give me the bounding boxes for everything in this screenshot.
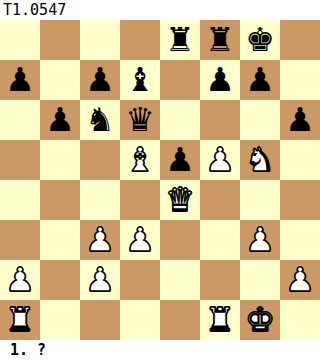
square-a7[interactable]: ♟: [0, 60, 40, 100]
square-f8[interactable]: ♜: [200, 20, 240, 60]
square-g8[interactable]: ♚: [240, 20, 280, 60]
square-h6[interactable]: ♟: [280, 100, 320, 140]
square-d8[interactable]: [120, 20, 160, 60]
square-f6[interactable]: [200, 100, 240, 140]
square-d5[interactable]: ♝: [120, 140, 160, 180]
piece-black-pawn: ♟: [240, 60, 280, 100]
square-h2[interactable]: ♟: [280, 260, 320, 300]
square-b5[interactable]: [40, 140, 80, 180]
move-prompt: 1. ?: [0, 341, 46, 359]
piece-black-pawn: ♟: [40, 100, 80, 140]
square-e8[interactable]: ♜: [160, 20, 200, 60]
square-e4[interactable]: ♛: [160, 180, 200, 220]
square-b1[interactable]: [40, 300, 80, 340]
square-c8[interactable]: [80, 20, 120, 60]
square-b2[interactable]: [40, 260, 80, 300]
square-c4[interactable]: [80, 180, 120, 220]
square-f5[interactable]: ♟: [200, 140, 240, 180]
piece-white-rook: ♜: [0, 300, 40, 340]
square-h5[interactable]: [280, 140, 320, 180]
piece-white-king: ♚: [240, 300, 280, 340]
square-h8[interactable]: [280, 20, 320, 60]
square-c7[interactable]: ♟: [80, 60, 120, 100]
square-c2[interactable]: ♟: [80, 260, 120, 300]
square-h1[interactable]: [280, 300, 320, 340]
square-h7[interactable]: [280, 60, 320, 100]
square-d6[interactable]: ♛: [120, 100, 160, 140]
square-d2[interactable]: [120, 260, 160, 300]
piece-black-rook: ♜: [160, 20, 200, 60]
piece-black-pawn: ♟: [200, 60, 240, 100]
square-c6[interactable]: ♞: [80, 100, 120, 140]
square-a5[interactable]: [0, 140, 40, 180]
square-g6[interactable]: [240, 100, 280, 140]
square-g7[interactable]: ♟: [240, 60, 280, 100]
piece-black-pawn: ♟: [80, 60, 120, 100]
piece-white-pawn: ♟: [0, 260, 40, 300]
square-a8[interactable]: [0, 20, 40, 60]
square-a4[interactable]: [0, 180, 40, 220]
title-bar: T1.0547: [0, 0, 320, 20]
square-a6[interactable]: [0, 100, 40, 140]
piece-white-pawn: ♟: [280, 260, 320, 300]
square-b4[interactable]: [40, 180, 80, 220]
square-h4[interactable]: [280, 180, 320, 220]
piece-black-bishop: ♝: [120, 60, 160, 100]
piece-white-pawn: ♟: [200, 140, 240, 180]
square-c1[interactable]: [80, 300, 120, 340]
square-f3[interactable]: [200, 220, 240, 260]
piece-black-rook: ♜: [200, 20, 240, 60]
square-d4[interactable]: [120, 180, 160, 220]
piece-white-bishop: ♝: [120, 140, 160, 180]
square-g3[interactable]: ♟: [240, 220, 280, 260]
piece-white-knight: ♞: [240, 140, 280, 180]
piece-black-pawn: ♟: [0, 60, 40, 100]
square-b3[interactable]: [40, 220, 80, 260]
square-e7[interactable]: [160, 60, 200, 100]
square-c3[interactable]: ♟: [80, 220, 120, 260]
square-c5[interactable]: [80, 140, 120, 180]
square-a3[interactable]: [0, 220, 40, 260]
square-d3[interactable]: ♟: [120, 220, 160, 260]
square-g2[interactable]: [240, 260, 280, 300]
chess-board: ♜♜♚♟♟♝♟♟♟♞♛♟♝♟♟♞♛♟♟♟♟♟♟♜♜♚: [0, 20, 320, 340]
square-f7[interactable]: ♟: [200, 60, 240, 100]
piece-white-queen: ♛: [160, 180, 200, 220]
piece-white-pawn: ♟: [80, 220, 120, 260]
square-f1[interactable]: ♜: [200, 300, 240, 340]
puzzle-title: T1.0547: [0, 1, 66, 19]
square-e2[interactable]: [160, 260, 200, 300]
piece-black-queen: ♛: [120, 100, 160, 140]
piece-black-pawn: ♟: [160, 140, 200, 180]
square-b8[interactable]: [40, 20, 80, 60]
square-b6[interactable]: ♟: [40, 100, 80, 140]
square-e1[interactable]: [160, 300, 200, 340]
square-d7[interactable]: ♝: [120, 60, 160, 100]
square-f2[interactable]: [200, 260, 240, 300]
piece-white-pawn: ♟: [120, 220, 160, 260]
square-g1[interactable]: ♚: [240, 300, 280, 340]
square-h3[interactable]: [280, 220, 320, 260]
piece-white-pawn: ♟: [80, 260, 120, 300]
square-e5[interactable]: ♟: [160, 140, 200, 180]
piece-white-rook: ♜: [200, 300, 240, 340]
square-a1[interactable]: ♜: [0, 300, 40, 340]
piece-black-king: ♚: [240, 20, 280, 60]
square-d1[interactable]: [120, 300, 160, 340]
square-f4[interactable]: [200, 180, 240, 220]
square-g4[interactable]: [240, 180, 280, 220]
square-b7[interactable]: [40, 60, 80, 100]
square-a2[interactable]: ♟: [0, 260, 40, 300]
piece-black-pawn: ♟: [280, 100, 320, 140]
square-e6[interactable]: [160, 100, 200, 140]
move-prompt-bar: 1. ?: [0, 340, 320, 360]
piece-black-knight: ♞: [80, 100, 120, 140]
square-e3[interactable]: [160, 220, 200, 260]
piece-white-pawn: ♟: [240, 220, 280, 260]
square-g5[interactable]: ♞: [240, 140, 280, 180]
